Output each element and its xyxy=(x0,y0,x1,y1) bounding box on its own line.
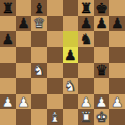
chess-board: ♜♝♜♚♟♛♟♟♟♟♞♟♞♛♞♟♟♟♟♟♝♜♚ xyxy=(0,0,125,125)
square-b5[interactable] xyxy=(16,47,32,63)
square-f2[interactable]: ♟ xyxy=(78,94,94,110)
square-d2[interactable] xyxy=(47,94,63,110)
square-a5[interactable] xyxy=(0,47,16,63)
square-a3[interactable] xyxy=(0,78,16,94)
white-knight[interactable]: ♞ xyxy=(33,63,46,77)
square-b2[interactable]: ♟ xyxy=(16,94,32,110)
square-a2[interactable]: ♟ xyxy=(0,94,16,110)
square-f3[interactable] xyxy=(78,78,94,94)
square-h7[interactable]: ♟ xyxy=(109,16,125,32)
square-h3[interactable] xyxy=(109,78,125,94)
square-g7[interactable]: ♟ xyxy=(94,16,110,32)
square-b4[interactable] xyxy=(16,63,32,79)
square-f8[interactable]: ♜ xyxy=(78,0,94,16)
square-b7[interactable]: ♟ xyxy=(16,16,32,32)
square-c1[interactable] xyxy=(31,109,47,125)
square-h5[interactable] xyxy=(109,47,125,63)
square-c4[interactable]: ♞ xyxy=(31,63,47,79)
square-e5[interactable]: ♟ xyxy=(63,47,79,63)
white-rook[interactable]: ♜ xyxy=(80,110,93,124)
black-rook[interactable]: ♜ xyxy=(80,0,93,14)
square-f1[interactable]: ♜ xyxy=(78,109,94,125)
black-pawn[interactable]: ♟ xyxy=(111,16,124,30)
square-g1[interactable]: ♚ xyxy=(94,109,110,125)
white-queen[interactable]: ♛ xyxy=(33,16,46,30)
square-h4[interactable] xyxy=(109,63,125,79)
black-pawn[interactable]: ♟ xyxy=(95,16,108,30)
white-pawn[interactable]: ♟ xyxy=(111,94,124,108)
square-c5[interactable] xyxy=(31,47,47,63)
square-a6[interactable]: ♟ xyxy=(0,31,16,47)
square-d5[interactable] xyxy=(47,47,63,63)
square-c3[interactable] xyxy=(31,78,47,94)
square-g4[interactable]: ♛ xyxy=(94,63,110,79)
white-bishop[interactable]: ♝ xyxy=(48,110,61,124)
black-bishop[interactable]: ♝ xyxy=(33,0,46,14)
square-a8[interactable]: ♜ xyxy=(0,0,16,16)
square-e7[interactable] xyxy=(63,16,79,32)
square-h8[interactable] xyxy=(109,0,125,16)
white-king[interactable]: ♚ xyxy=(95,110,108,124)
square-f4[interactable] xyxy=(78,63,94,79)
square-d3[interactable] xyxy=(47,78,63,94)
square-e3[interactable]: ♞ xyxy=(63,78,79,94)
white-pawn[interactable]: ♟ xyxy=(17,94,30,108)
square-c7[interactable]: ♛ xyxy=(31,16,47,32)
white-pawn[interactable]: ♟ xyxy=(95,94,108,108)
black-pawn[interactable]: ♟ xyxy=(80,16,93,30)
square-a1[interactable] xyxy=(0,109,16,125)
square-e6[interactable] xyxy=(63,31,79,47)
square-g5[interactable] xyxy=(94,47,110,63)
square-g6[interactable] xyxy=(94,31,110,47)
white-pawn[interactable]: ♟ xyxy=(2,94,15,108)
black-rook[interactable]: ♜ xyxy=(2,0,15,14)
square-c2[interactable] xyxy=(31,94,47,110)
square-b8[interactable] xyxy=(16,0,32,16)
square-h6[interactable] xyxy=(109,31,125,47)
square-e2[interactable] xyxy=(63,94,79,110)
square-e1[interactable] xyxy=(63,109,79,125)
square-g3[interactable] xyxy=(94,78,110,94)
square-f7[interactable]: ♟ xyxy=(78,16,94,32)
square-h2[interactable]: ♟ xyxy=(109,94,125,110)
square-f6[interactable]: ♞ xyxy=(78,31,94,47)
black-knight[interactable]: ♞ xyxy=(80,32,93,46)
black-queen[interactable]: ♛ xyxy=(95,63,108,77)
square-d6[interactable] xyxy=(47,31,63,47)
square-b6[interactable] xyxy=(16,31,32,47)
black-pawn[interactable]: ♟ xyxy=(2,32,15,46)
square-c8[interactable]: ♝ xyxy=(31,0,47,16)
square-a4[interactable] xyxy=(0,63,16,79)
square-d4[interactable] xyxy=(47,63,63,79)
black-king[interactable]: ♚ xyxy=(95,0,108,14)
square-d1[interactable]: ♝ xyxy=(47,109,63,125)
square-f5[interactable] xyxy=(78,47,94,63)
black-pawn[interactable]: ♟ xyxy=(64,47,77,61)
square-b1[interactable] xyxy=(16,109,32,125)
square-c6[interactable] xyxy=(31,31,47,47)
square-e8[interactable] xyxy=(63,0,79,16)
white-knight[interactable]: ♞ xyxy=(64,78,77,92)
square-b3[interactable] xyxy=(16,78,32,94)
white-pawn[interactable]: ♟ xyxy=(80,94,93,108)
square-e4[interactable] xyxy=(63,63,79,79)
square-g2[interactable]: ♟ xyxy=(94,94,110,110)
black-pawn[interactable]: ♟ xyxy=(17,16,30,30)
square-h1[interactable] xyxy=(109,109,125,125)
square-a7[interactable] xyxy=(0,16,16,32)
square-d8[interactable] xyxy=(47,0,63,16)
square-d7[interactable] xyxy=(47,16,63,32)
square-g8[interactable]: ♚ xyxy=(94,0,110,16)
